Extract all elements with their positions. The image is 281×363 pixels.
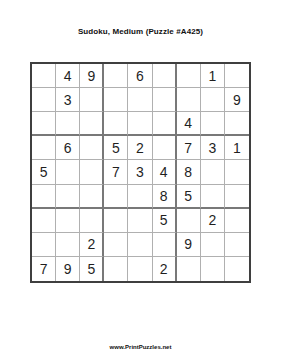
cell-r5c6[interactable]: 4 xyxy=(153,160,177,184)
cell-r6c5[interactable] xyxy=(128,185,152,209)
cell-r9c6[interactable]: 2 xyxy=(153,257,177,281)
cell-r9c8[interactable] xyxy=(201,257,225,281)
cell-r7c2[interactable] xyxy=(56,209,80,233)
cell-r2c6[interactable] xyxy=(153,88,177,112)
cell-r2c4[interactable] xyxy=(104,88,128,112)
cell-r8c2[interactable] xyxy=(56,233,80,257)
cell-r9c1[interactable]: 7 xyxy=(32,257,56,281)
cell-r2c3[interactable] xyxy=(80,88,104,112)
cell-r1c5[interactable]: 6 xyxy=(128,64,152,88)
cell-r5c7[interactable]: 8 xyxy=(177,160,201,184)
cell-r1c2[interactable]: 4 xyxy=(56,64,80,88)
cell-r5c5[interactable]: 3 xyxy=(128,160,152,184)
cell-r3c6[interactable] xyxy=(153,112,177,136)
cell-r5c4[interactable]: 7 xyxy=(104,160,128,184)
cell-r2c5[interactable] xyxy=(128,88,152,112)
cell-r3c8[interactable] xyxy=(201,112,225,136)
cell-r2c7[interactable] xyxy=(177,88,201,112)
cell-r8c5[interactable] xyxy=(128,233,152,257)
cell-r2c8[interactable] xyxy=(201,88,225,112)
puzzle-page: Sudoku, Medium (Puzzle #A425) 4961394652… xyxy=(0,0,281,363)
cell-r6c2[interactable] xyxy=(56,185,80,209)
cell-r8c4[interactable] xyxy=(104,233,128,257)
cell-r7c5[interactable] xyxy=(128,209,152,233)
cell-r3c7[interactable]: 4 xyxy=(177,112,201,136)
cell-r1c9[interactable] xyxy=(225,64,249,88)
cell-r5c9[interactable] xyxy=(225,160,249,184)
cell-r7c1[interactable] xyxy=(32,209,56,233)
cell-r8c6[interactable] xyxy=(153,233,177,257)
site-credit: www.PrintPuzzles.net xyxy=(0,344,281,350)
cell-r5c2[interactable] xyxy=(56,160,80,184)
cell-r7c6[interactable]: 5 xyxy=(153,209,177,233)
cell-r6c7[interactable]: 5 xyxy=(177,185,201,209)
cell-r2c9[interactable]: 9 xyxy=(225,88,249,112)
cell-r3c9[interactable] xyxy=(225,112,249,136)
cell-r3c2[interactable] xyxy=(56,112,80,136)
cell-r7c4[interactable] xyxy=(104,209,128,233)
cell-r9c3[interactable]: 5 xyxy=(80,257,104,281)
cell-r4c4[interactable]: 5 xyxy=(104,136,128,160)
cell-r3c4[interactable] xyxy=(104,112,128,136)
cell-r3c5[interactable] xyxy=(128,112,152,136)
cell-r4c3[interactable] xyxy=(80,136,104,160)
cell-r6c3[interactable] xyxy=(80,185,104,209)
cell-r1c7[interactable] xyxy=(177,64,201,88)
cell-r7c7[interactable] xyxy=(177,209,201,233)
cell-r9c5[interactable] xyxy=(128,257,152,281)
cell-r6c1[interactable] xyxy=(32,185,56,209)
cell-r7c9[interactable] xyxy=(225,209,249,233)
cell-r8c7[interactable]: 9 xyxy=(177,233,201,257)
cell-r4c2[interactable]: 6 xyxy=(56,136,80,160)
cell-r1c8[interactable]: 1 xyxy=(201,64,225,88)
cell-r7c8[interactable]: 2 xyxy=(201,209,225,233)
cell-r4c7[interactable]: 7 xyxy=(177,136,201,160)
cell-r6c4[interactable] xyxy=(104,185,128,209)
cell-r2c2[interactable]: 3 xyxy=(56,88,80,112)
cell-r8c8[interactable] xyxy=(201,233,225,257)
cell-r6c9[interactable] xyxy=(225,185,249,209)
sudoku-board: 4961394652731573488552297952 xyxy=(30,62,251,283)
cell-r9c7[interactable] xyxy=(177,257,201,281)
cell-r3c1[interactable] xyxy=(32,112,56,136)
cell-r8c3[interactable]: 2 xyxy=(80,233,104,257)
cell-r3c3[interactable] xyxy=(80,112,104,136)
cell-r5c8[interactable] xyxy=(201,160,225,184)
cell-r9c4[interactable] xyxy=(104,257,128,281)
cell-r5c3[interactable] xyxy=(80,160,104,184)
cell-r1c1[interactable] xyxy=(32,64,56,88)
cell-r6c6[interactable]: 8 xyxy=(153,185,177,209)
cell-r4c1[interactable] xyxy=(32,136,56,160)
cell-r8c9[interactable] xyxy=(225,233,249,257)
cell-r6c8[interactable] xyxy=(201,185,225,209)
cell-r2c1[interactable] xyxy=(32,88,56,112)
puzzle-title: Sudoku, Medium (Puzzle #A425) xyxy=(0,27,281,36)
cell-r4c9[interactable]: 1 xyxy=(225,136,249,160)
cell-r4c6[interactable] xyxy=(153,136,177,160)
cell-r7c3[interactable] xyxy=(80,209,104,233)
cell-r1c6[interactable] xyxy=(153,64,177,88)
cell-r4c5[interactable]: 2 xyxy=(128,136,152,160)
cell-r1c3[interactable]: 9 xyxy=(80,64,104,88)
cell-r9c9[interactable] xyxy=(225,257,249,281)
cell-r9c2[interactable]: 9 xyxy=(56,257,80,281)
cell-r1c4[interactable] xyxy=(104,64,128,88)
cell-r8c1[interactable] xyxy=(32,233,56,257)
cell-r5c1[interactable]: 5 xyxy=(32,160,56,184)
cell-r4c8[interactable]: 3 xyxy=(201,136,225,160)
